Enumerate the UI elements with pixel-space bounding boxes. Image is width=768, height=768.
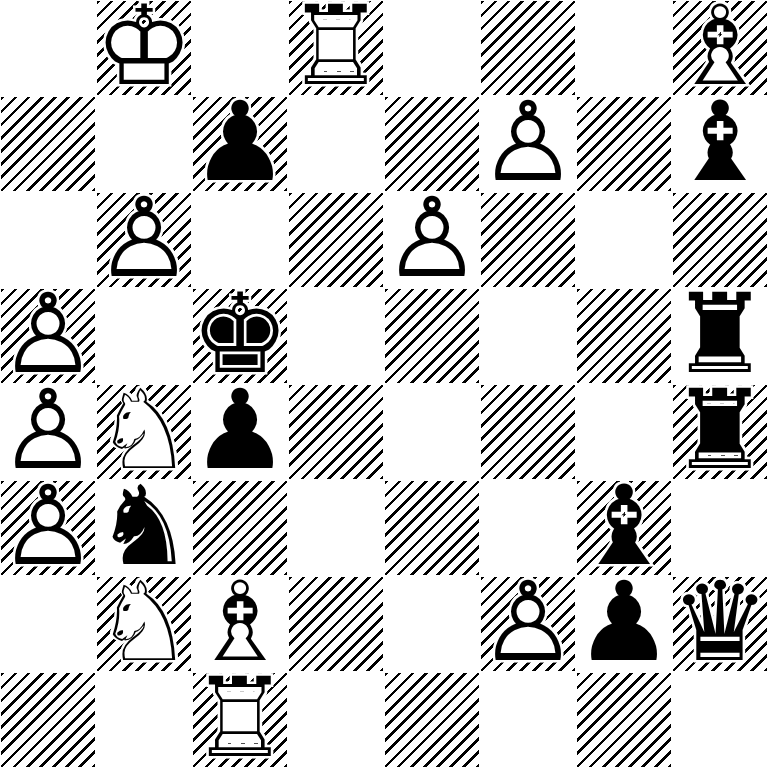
- square-f2[interactable]: ♟♙: [480, 576, 576, 672]
- square-e2[interactable]: [384, 576, 480, 672]
- square-d6[interactable]: [288, 192, 384, 288]
- white-pawn[interactable]: ♟♙: [96, 192, 192, 288]
- white-pawn[interactable]: ♟♙: [384, 192, 480, 288]
- square-f5[interactable]: [480, 288, 576, 384]
- square-a2[interactable]: [0, 576, 96, 672]
- square-f7[interactable]: ♟♙: [480, 96, 576, 192]
- square-b8[interactable]: ♚♔: [96, 0, 192, 96]
- black-pawn[interactable]: ♟♟: [192, 384, 288, 480]
- square-d5[interactable]: [288, 288, 384, 384]
- square-e3[interactable]: [384, 480, 480, 576]
- square-h4[interactable]: ♜♜: [672, 384, 768, 480]
- black-pawn[interactable]: ♟♟: [576, 576, 672, 672]
- square-c7[interactable]: ♟♟: [192, 96, 288, 192]
- square-g8[interactable]: [576, 0, 672, 96]
- square-d3[interactable]: [288, 480, 384, 576]
- square-h2[interactable]: ♛♛: [672, 576, 768, 672]
- square-g2[interactable]: ♟♟: [576, 576, 672, 672]
- square-g7[interactable]: [576, 96, 672, 192]
- square-f6[interactable]: [480, 192, 576, 288]
- square-g5[interactable]: [576, 288, 672, 384]
- piece-glyph: ♔: [95, 0, 194, 101]
- black-pawn[interactable]: ♟♟: [192, 96, 288, 192]
- square-a8[interactable]: [0, 0, 96, 96]
- square-f4[interactable]: [480, 384, 576, 480]
- square-a7[interactable]: [0, 96, 96, 192]
- piece-glyph: ♙: [383, 183, 482, 293]
- piece-glyph: ♟: [191, 375, 290, 485]
- white-pawn[interactable]: ♟♙: [0, 480, 96, 576]
- square-g1[interactable]: [576, 672, 672, 768]
- white-king[interactable]: ♚♔: [96, 0, 192, 96]
- chess-board: ♚♔♜♖♝♗♟♟♟♙♝♝♟♙♟♙♟♙♚♚♜♜♟♙♞♘♟♟♜♜♟♙♞♞♝♝♞♘♝♗…: [0, 0, 768, 768]
- square-d1[interactable]: [288, 672, 384, 768]
- black-rook[interactable]: ♜♜: [672, 384, 768, 480]
- square-g6[interactable]: [576, 192, 672, 288]
- square-h1[interactable]: [672, 672, 768, 768]
- white-rook[interactable]: ♜♖: [192, 672, 288, 768]
- black-queen[interactable]: ♛♛: [672, 576, 768, 672]
- piece-glyph: ♙: [479, 567, 578, 677]
- square-a1[interactable]: [0, 672, 96, 768]
- square-e5[interactable]: [384, 288, 480, 384]
- piece-glyph: ♙: [479, 87, 578, 197]
- square-e8[interactable]: [384, 0, 480, 96]
- square-e4[interactable]: [384, 384, 480, 480]
- square-e1[interactable]: [384, 672, 480, 768]
- square-h7[interactable]: ♝♝: [672, 96, 768, 192]
- piece-glyph: ♛: [671, 567, 768, 677]
- square-c4[interactable]: ♟♟: [192, 384, 288, 480]
- piece-glyph: ♘: [95, 567, 194, 677]
- piece-glyph: ♟: [191, 87, 290, 197]
- square-b6[interactable]: ♟♙: [96, 192, 192, 288]
- piece-glyph: ♙: [0, 471, 97, 581]
- piece-glyph: ♝: [671, 87, 768, 197]
- white-rook[interactable]: ♜♖: [288, 0, 384, 96]
- piece-glyph: ♖: [191, 663, 290, 768]
- square-d8[interactable]: ♜♖: [288, 0, 384, 96]
- piece-glyph: ♜: [671, 375, 768, 485]
- square-a3[interactable]: ♟♙: [0, 480, 96, 576]
- square-b2[interactable]: ♞♘: [96, 576, 192, 672]
- square-f1[interactable]: [480, 672, 576, 768]
- white-knight[interactable]: ♞♘: [96, 576, 192, 672]
- square-d7[interactable]: [288, 96, 384, 192]
- white-pawn[interactable]: ♟♙: [480, 96, 576, 192]
- square-e6[interactable]: ♟♙: [384, 192, 480, 288]
- piece-glyph: ♙: [95, 183, 194, 293]
- square-d4[interactable]: [288, 384, 384, 480]
- white-pawn[interactable]: ♟♙: [480, 576, 576, 672]
- black-bishop[interactable]: ♝♝: [672, 96, 768, 192]
- square-d2[interactable]: [288, 576, 384, 672]
- square-b1[interactable]: [96, 672, 192, 768]
- piece-glyph: ♖: [287, 0, 386, 101]
- piece-glyph: ♟: [575, 567, 674, 677]
- square-c1[interactable]: ♜♖: [192, 672, 288, 768]
